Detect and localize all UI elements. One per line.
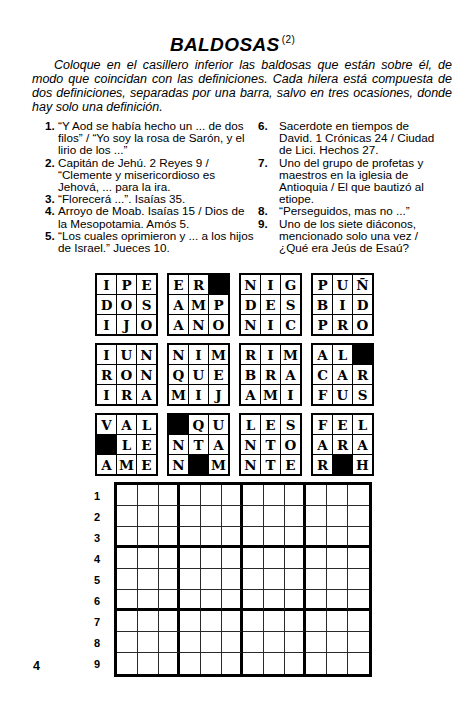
tile-row: BRA: [241, 365, 300, 385]
tile-row: ARA: [313, 435, 372, 455]
answer-grid: [114, 482, 372, 677]
letter-cell: F: [313, 385, 333, 404]
letter-cell: D: [241, 295, 261, 315]
letter-cell: M: [209, 345, 228, 365]
clue: 9.Uno de los siete diáconos, mencionado …: [258, 218, 444, 255]
letter-cell: V: [97, 415, 117, 435]
letter-cell: I: [333, 295, 353, 315]
letter-cell: A: [241, 385, 261, 404]
answer-cell[interactable]: [285, 632, 306, 653]
letter-cell: N: [241, 455, 261, 474]
tile-row: IJO: [97, 315, 156, 334]
letter-cell: R: [313, 455, 333, 474]
answer-cell[interactable]: [285, 485, 306, 506]
answer-cell[interactable]: [138, 527, 159, 548]
answer-cell[interactable]: [243, 569, 264, 590]
tile-row: IUN: [97, 345, 156, 365]
row-number: 9: [86, 653, 108, 674]
letter-cell: L: [137, 415, 156, 435]
answer-cell[interactable]: [201, 485, 222, 506]
letter-cell: U: [117, 345, 137, 365]
answer-cell[interactable]: [285, 506, 306, 527]
clue-text: Uno de los siete diáconos, mencionado so…: [279, 217, 418, 254]
answer-cell[interactable]: [222, 506, 243, 527]
row-number: 6: [86, 590, 108, 611]
tile-block[interactable]: VALLEAME: [95, 413, 158, 476]
answer-cell[interactable]: [306, 590, 327, 611]
row-number: 8: [86, 632, 108, 653]
tile-band: VALLEAMEQUNTANMLESNTONTEFELARARH: [95, 413, 374, 476]
answer-cell[interactable]: [264, 653, 285, 674]
black-cell: [333, 455, 353, 474]
tile-row: MIJ: [169, 385, 228, 404]
clue-text: “Y Aod se había hecho un ... de dos filo…: [58, 119, 245, 156]
answer-cell[interactable]: [201, 632, 222, 653]
tile-row: QUE: [169, 365, 228, 385]
answer-cell[interactable]: [327, 506, 348, 527]
answer-cell[interactable]: [117, 548, 138, 569]
answer-cell[interactable]: [138, 653, 159, 674]
answer-cell[interactable]: [243, 590, 264, 611]
answer-cell[interactable]: [222, 569, 243, 590]
answer-cell[interactable]: [159, 632, 180, 653]
tile-row: RH: [313, 455, 372, 474]
letter-cell: N: [241, 435, 261, 455]
answer-cell[interactable]: [327, 485, 348, 506]
answer-cell[interactable]: [180, 653, 201, 674]
letter-cell: M: [209, 455, 228, 474]
answer-cell[interactable]: [264, 527, 285, 548]
letter-cell: E: [137, 435, 156, 455]
answer-cell[interactable]: [327, 548, 348, 569]
letter-cell: B: [313, 295, 333, 315]
tile-row: FUS: [313, 385, 372, 404]
answer-cell[interactable]: [201, 548, 222, 569]
page-number: 4: [33, 659, 40, 673]
letter-cell: P: [313, 315, 333, 334]
letter-cell: I: [281, 385, 300, 404]
letter-cell: O: [209, 315, 228, 334]
answer-cell[interactable]: [348, 548, 369, 569]
tile-block[interactable]: IPEDOSIJO: [95, 273, 158, 336]
letter-cell: S: [281, 415, 300, 435]
tile-row: DES: [241, 295, 300, 315]
answer-cell[interactable]: [306, 506, 327, 527]
letter-cell: R: [117, 385, 137, 404]
letter-cell: T: [261, 435, 281, 455]
letter-cell: N: [137, 345, 156, 365]
letter-cell: E: [137, 455, 156, 474]
letter-cell: I: [97, 315, 117, 334]
clue-number: 1.: [45, 120, 55, 132]
answer-cell[interactable]: [138, 548, 159, 569]
answer-cell[interactable]: [348, 506, 369, 527]
answer-cell[interactable]: [222, 590, 243, 611]
answer-cell[interactable]: [117, 527, 138, 548]
letter-cell: E: [169, 275, 189, 295]
answer-cell[interactable]: [327, 527, 348, 548]
tile-block[interactable]: NIGDESNIC: [239, 273, 302, 336]
letter-cell: E: [209, 365, 228, 385]
tile-row: AMI: [241, 385, 300, 404]
tile-band: IUNRONIRANIMQUEMIJRIMBRAAMIALCARFUS: [95, 343, 374, 406]
answer-cell[interactable]: [348, 527, 369, 548]
answer-cell[interactable]: [306, 485, 327, 506]
answer-cell[interactable]: [243, 632, 264, 653]
row-number: 2: [86, 506, 108, 527]
answer-cell[interactable]: [222, 548, 243, 569]
answer-cell[interactable]: [117, 569, 138, 590]
answer-cell[interactable]: [264, 632, 285, 653]
answer-cell[interactable]: [327, 590, 348, 611]
clue-number: 5.: [45, 230, 55, 242]
answer-cell[interactable]: [201, 653, 222, 674]
answer-cell[interactable]: [348, 632, 369, 653]
black-cell: [353, 345, 372, 365]
answer-cell[interactable]: [117, 485, 138, 506]
letter-cell: A: [169, 315, 189, 334]
row-number: 4: [86, 548, 108, 569]
answer-cell[interactable]: [264, 611, 285, 632]
letter-cell: R: [333, 315, 353, 334]
answer-cell[interactable]: [306, 632, 327, 653]
tile-band: IPEDOSIJOERAMPANONIGDESNICPUÑBIDPRO: [95, 273, 374, 336]
tile-row: NTO: [241, 435, 300, 455]
answer-cell[interactable]: [180, 548, 201, 569]
puzzle-page: BALDOSAS(2) Coloque en el casillero infe…: [0, 0, 465, 708]
tile-row: NTA: [169, 435, 228, 455]
letter-cell: N: [169, 455, 189, 474]
letter-cell: A: [209, 435, 228, 455]
answer-cell[interactable]: [180, 569, 201, 590]
answer-cell[interactable]: [159, 590, 180, 611]
letter-cell: I: [261, 275, 281, 295]
clue: 4.Arroyo de Moab. Isaías 15 / Dios de la…: [45, 205, 256, 229]
answer-cell[interactable]: [264, 506, 285, 527]
tile-row: ER: [169, 275, 228, 295]
clue-text: Arroyo de Moab. Isaías 15 / Dios de la M…: [58, 204, 244, 229]
answer-cell[interactable]: [285, 548, 306, 569]
answer-cell[interactable]: [159, 653, 180, 674]
instructions: Coloque en el casillero inferior las bal…: [32, 58, 452, 114]
answer-cell[interactable]: [348, 569, 369, 590]
answer-cell[interactable]: [222, 653, 243, 674]
answer-cell[interactable]: [327, 653, 348, 674]
clue: 2.Capitán de Jehú. 2 Reyes 9 / “Clemente…: [45, 157, 256, 194]
letter-cell: A: [313, 345, 333, 365]
answer-cell[interactable]: [180, 632, 201, 653]
answer-cell[interactable]: [264, 569, 285, 590]
letter-cell: J: [117, 315, 137, 334]
answer-cell[interactable]: [180, 590, 201, 611]
clues-left-column: 1.“Y Aod se había hecho un ... de dos fi…: [45, 120, 256, 254]
answer-cell[interactable]: [159, 569, 180, 590]
tile-row: ANO: [169, 315, 228, 334]
tile-bank: IPEDOSIJOERAMPANONIGDESNICPUÑBIDPROIUNRO…: [95, 273, 374, 483]
answer-cell[interactable]: [222, 632, 243, 653]
letter-cell: E: [281, 455, 300, 474]
tile-row: CAR: [313, 365, 372, 385]
letter-cell: U: [333, 275, 353, 295]
letter-cell: I: [97, 385, 117, 404]
tile-row: QU: [169, 415, 228, 435]
letter-cell: N: [189, 315, 209, 334]
letter-cell: E: [137, 275, 156, 295]
clue-number: 8.: [258, 205, 268, 217]
answer-cell[interactable]: [327, 611, 348, 632]
answer-cell[interactable]: [285, 590, 306, 611]
answer-cell[interactable]: [180, 611, 201, 632]
answer-cell[interactable]: [306, 653, 327, 674]
tile-block[interactable]: IUNRONIRA: [95, 343, 158, 406]
letter-cell: D: [97, 295, 117, 315]
letter-cell: I: [97, 275, 117, 295]
answer-cell[interactable]: [138, 611, 159, 632]
row-number: 1: [86, 485, 108, 506]
letter-cell: U: [333, 385, 353, 404]
letter-cell: L: [117, 435, 137, 455]
tile-block[interactable]: NIMQUEMIJ: [167, 343, 230, 406]
black-cell: [169, 415, 189, 435]
letter-cell: R: [353, 365, 372, 385]
letter-cell: R: [241, 345, 261, 365]
answer-cell[interactable]: [159, 506, 180, 527]
letter-cell: A: [313, 435, 333, 455]
clue-text: “Florecerá ...”. Isaías 35.: [58, 192, 185, 205]
black-cell: [209, 275, 228, 295]
tile-row: FEL: [313, 415, 372, 435]
tile-row: RON: [97, 365, 156, 385]
answer-cell[interactable]: [138, 569, 159, 590]
answer-cell[interactable]: [201, 611, 222, 632]
letter-cell: R: [189, 275, 209, 295]
answer-cell[interactable]: [138, 590, 159, 611]
clue: 6.Sacerdote en tiempos de David. 1 Cróni…: [258, 120, 444, 157]
clue: 7.Uno del grupo de profetas y maestros e…: [258, 157, 444, 206]
tile-row: VAL: [97, 415, 156, 435]
letter-cell: S: [281, 295, 300, 315]
letter-cell: A: [333, 365, 353, 385]
letter-cell: M: [281, 345, 300, 365]
clue-text: “Los cuales oprimieron y ... a los hijos…: [58, 229, 254, 254]
letter-cell: P: [209, 295, 228, 315]
letter-cell: C: [281, 315, 300, 334]
tile-block[interactable]: RIMBRAAMI: [239, 343, 302, 406]
answer-cell[interactable]: [222, 485, 243, 506]
answer-cell[interactable]: [306, 569, 327, 590]
letter-cell: A: [353, 435, 372, 455]
answer-cell[interactable]: [264, 548, 285, 569]
answer-cell[interactable]: [138, 485, 159, 506]
letter-cell: A: [169, 295, 189, 315]
answer-cell[interactable]: [348, 611, 369, 632]
clue-number: 4.: [45, 205, 55, 217]
answer-cell[interactable]: [264, 590, 285, 611]
letter-cell: T: [261, 455, 281, 474]
tile-row: AL: [313, 345, 372, 365]
row-numbers: 123456789: [86, 485, 108, 674]
answer-cell[interactable]: [201, 506, 222, 527]
answer-cell[interactable]: [285, 653, 306, 674]
tile-block[interactable]: ALCARFUS: [311, 343, 374, 406]
letter-cell: I: [261, 315, 281, 334]
tile-row: AMP: [169, 295, 228, 315]
answer-cell[interactable]: [306, 527, 327, 548]
letter-cell: I: [189, 385, 209, 404]
letter-cell: O: [137, 315, 156, 334]
answer-cell[interactable]: [243, 485, 264, 506]
answer-cell[interactable]: [117, 653, 138, 674]
answer-cell[interactable]: [159, 548, 180, 569]
answer-cell[interactable]: [285, 527, 306, 548]
letter-cell: N: [169, 345, 189, 365]
tile-row: AME: [97, 455, 156, 474]
answer-cell[interactable]: [138, 506, 159, 527]
tile-row: NM: [169, 455, 228, 474]
answer-cell[interactable]: [159, 611, 180, 632]
letter-cell: I: [97, 345, 117, 365]
answer-cell[interactable]: [243, 506, 264, 527]
letter-cell: E: [261, 415, 281, 435]
answer-cell[interactable]: [327, 569, 348, 590]
title-text: BALDOSAS: [170, 34, 280, 55]
answer-cell[interactable]: [201, 527, 222, 548]
tile-row: LE: [97, 435, 156, 455]
tile-block[interactable]: ERAMPANO: [167, 273, 230, 336]
answer-cell[interactable]: [348, 590, 369, 611]
letter-cell: U: [189, 365, 209, 385]
letter-cell: M: [189, 295, 209, 315]
letter-cell: L: [333, 345, 353, 365]
clue: 5.“Los cuales oprimieron y ... a los hij…: [45, 230, 256, 254]
tile-block[interactable]: QUNTANM: [167, 413, 230, 476]
letter-cell: C: [313, 365, 333, 385]
letter-cell: O: [117, 295, 137, 315]
letter-cell: R: [333, 435, 353, 455]
letter-cell: L: [353, 415, 372, 435]
answer-cell[interactable]: [201, 569, 222, 590]
answer-cell[interactable]: [243, 611, 264, 632]
letter-cell: I: [261, 345, 281, 365]
answer-cell[interactable]: [306, 611, 327, 632]
answer-cell[interactable]: [243, 548, 264, 569]
clue-text: “Perseguidos, mas no ...”: [279, 204, 410, 217]
row-number: 7: [86, 611, 108, 632]
answer-cell[interactable]: [348, 653, 369, 674]
tile-block[interactable]: PUÑBIDPRO: [311, 273, 374, 336]
letter-cell: P: [117, 275, 137, 295]
page-title: BALDOSAS(2): [0, 34, 465, 56]
letter-cell: M: [117, 455, 137, 474]
answer-cell[interactable]: [117, 611, 138, 632]
tile-row: NIG: [241, 275, 300, 295]
letter-cell: S: [137, 295, 156, 315]
black-cell: [189, 455, 209, 474]
answer-cell[interactable]: [180, 506, 201, 527]
clue-number: 6.: [258, 120, 268, 132]
answer-cell[interactable]: [117, 632, 138, 653]
letter-cell: N: [241, 315, 261, 334]
letter-cell: I: [189, 345, 209, 365]
letter-cell: B: [241, 365, 261, 385]
letter-cell: P: [313, 275, 333, 295]
clue-number: 2.: [45, 157, 55, 169]
letter-cell: Ñ: [353, 275, 372, 295]
tile-row: PUÑ: [313, 275, 372, 295]
letter-cell: N: [137, 365, 156, 385]
answer-cell[interactable]: [180, 485, 201, 506]
answer-cell[interactable]: [243, 653, 264, 674]
answer-cell[interactable]: [222, 527, 243, 548]
letter-cell: M: [261, 385, 281, 404]
letter-cell: R: [97, 365, 117, 385]
letter-cell: H: [353, 455, 372, 474]
letter-cell: A: [281, 365, 300, 385]
row-number: 5: [86, 569, 108, 590]
title-superscript: (2): [282, 34, 295, 45]
black-cell: [97, 435, 117, 455]
letter-cell: J: [209, 385, 228, 404]
answer-cell[interactable]: [348, 485, 369, 506]
row-number: 3: [86, 527, 108, 548]
letter-cell: O: [353, 315, 372, 334]
answer-cell[interactable]: [306, 548, 327, 569]
tile-row: NTE: [241, 455, 300, 474]
letter-cell: E: [333, 415, 353, 435]
letter-cell: N: [169, 435, 189, 455]
answer-cell[interactable]: [180, 527, 201, 548]
letter-cell: E: [261, 295, 281, 315]
answer-cell[interactable]: [243, 527, 264, 548]
tile-row: DOS: [97, 295, 156, 315]
clue-text: Uno del grupo de profetas y maestros en …: [279, 156, 424, 206]
letter-cell: F: [313, 415, 333, 435]
tile-row: BID: [313, 295, 372, 315]
letter-cell: Q: [169, 365, 189, 385]
clue: 1.“Y Aod se había hecho un ... de dos fi…: [45, 120, 256, 157]
tile-row: IRA: [97, 385, 156, 404]
tile-row: RIM: [241, 345, 300, 365]
answer-cell[interactable]: [201, 590, 222, 611]
letter-cell: T: [189, 435, 209, 455]
answer-cell[interactable]: [117, 590, 138, 611]
answer-cell[interactable]: [285, 569, 306, 590]
answer-cell[interactable]: [159, 527, 180, 548]
letter-cell: G: [281, 275, 300, 295]
letter-cell: U: [209, 415, 228, 435]
tile-block[interactable]: FELARARH: [311, 413, 374, 476]
answer-cell[interactable]: [159, 485, 180, 506]
answer-cell[interactable]: [117, 506, 138, 527]
letter-cell: L: [241, 415, 261, 435]
letter-cell: A: [97, 455, 117, 474]
letter-cell: O: [281, 435, 300, 455]
clue-number: 7.: [258, 157, 268, 169]
answer-cell[interactable]: [285, 611, 306, 632]
tile-block[interactable]: LESNTONTE: [239, 413, 302, 476]
answer-cell[interactable]: [327, 632, 348, 653]
clue-text: Sacerdote en tiempos de David. 1 Crónica…: [279, 119, 434, 156]
tile-row: NIC: [241, 315, 300, 334]
letter-cell: A: [117, 415, 137, 435]
answer-cell[interactable]: [138, 632, 159, 653]
answer-cell[interactable]: [222, 611, 243, 632]
letter-cell: O: [117, 365, 137, 385]
tile-row: NIM: [169, 345, 228, 365]
tile-row: PRO: [313, 315, 372, 334]
answer-cell[interactable]: [264, 485, 285, 506]
tile-row: IPE: [97, 275, 156, 295]
